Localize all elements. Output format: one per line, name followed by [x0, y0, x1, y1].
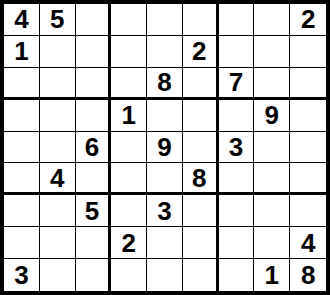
cell-r1c9-given-2[interactable]: 2 [290, 4, 326, 36]
cell-r8c5-empty[interactable] [147, 227, 183, 259]
cell-r3c4-empty[interactable] [111, 68, 147, 100]
cell-r5c5-given-9[interactable]: 9 [147, 132, 183, 164]
cell-r4c6-empty[interactable] [183, 100, 219, 132]
cell-r1c6-empty[interactable] [183, 4, 219, 36]
cell-r7c3-given-5[interactable]: 5 [76, 195, 112, 227]
cell-r6c1-empty[interactable] [4, 163, 40, 195]
cell-r2c6-given-2[interactable]: 2 [183, 36, 219, 68]
cell-r3c8-empty[interactable] [254, 68, 290, 100]
cell-r4c4-given-1[interactable]: 1 [111, 100, 147, 132]
cell-r2c3-empty[interactable] [76, 36, 112, 68]
cell-r2c8-empty[interactable] [254, 36, 290, 68]
cell-r9c4-empty[interactable] [111, 259, 147, 291]
cell-r9c3-empty[interactable] [76, 259, 112, 291]
cell-r8c6-empty[interactable] [183, 227, 219, 259]
cell-r7c4-empty[interactable] [111, 195, 147, 227]
cell-r3c1-empty[interactable] [4, 68, 40, 100]
cell-r3c2-empty[interactable] [40, 68, 76, 100]
cell-r1c1-given-4[interactable]: 4 [4, 4, 40, 36]
cell-r2c2-empty[interactable] [40, 36, 76, 68]
cell-r4c2-empty[interactable] [40, 100, 76, 132]
cell-r6c8-empty[interactable] [254, 163, 290, 195]
sudoku-board: 452128719693485324318 [0, 0, 330, 295]
cell-r9c2-empty[interactable] [40, 259, 76, 291]
cell-r2c1-given-1[interactable]: 1 [4, 36, 40, 68]
cell-r1c5-empty[interactable] [147, 4, 183, 36]
cell-r8c4-given-2[interactable]: 2 [111, 227, 147, 259]
cell-r4c1-empty[interactable] [4, 100, 40, 132]
cell-r5c3-given-6[interactable]: 6 [76, 132, 112, 164]
cell-r2c9-empty[interactable] [290, 36, 326, 68]
cell-r5c9-empty[interactable] [290, 132, 326, 164]
cell-r8c1-empty[interactable] [4, 227, 40, 259]
cell-r7c6-empty[interactable] [183, 195, 219, 227]
cell-r8c8-empty[interactable] [254, 227, 290, 259]
cell-r4c8-given-9[interactable]: 9 [254, 100, 290, 132]
cell-r5c4-empty[interactable] [111, 132, 147, 164]
cell-r1c2-given-5[interactable]: 5 [40, 4, 76, 36]
cell-r9c7-empty[interactable] [219, 259, 255, 291]
cell-r5c8-empty[interactable] [254, 132, 290, 164]
cell-r5c2-empty[interactable] [40, 132, 76, 164]
cell-r6c5-empty[interactable] [147, 163, 183, 195]
cell-r7c1-empty[interactable] [4, 195, 40, 227]
cell-r6c4-empty[interactable] [111, 163, 147, 195]
cell-r4c7-empty[interactable] [219, 100, 255, 132]
cell-r9c8-given-1[interactable]: 1 [254, 259, 290, 291]
cell-r6c7-empty[interactable] [219, 163, 255, 195]
cell-r4c5-empty[interactable] [147, 100, 183, 132]
cell-r9c9-given-8[interactable]: 8 [290, 259, 326, 291]
cell-r3c5-given-8[interactable]: 8 [147, 68, 183, 100]
cell-r2c5-empty[interactable] [147, 36, 183, 68]
cell-r8c3-empty[interactable] [76, 227, 112, 259]
cell-r6c9-empty[interactable] [290, 163, 326, 195]
cell-r7c8-empty[interactable] [254, 195, 290, 227]
cell-r8c7-empty[interactable] [219, 227, 255, 259]
cell-r3c9-empty[interactable] [290, 68, 326, 100]
cell-r1c8-empty[interactable] [254, 4, 290, 36]
cell-r6c6-given-8[interactable]: 8 [183, 163, 219, 195]
cell-r2c4-empty[interactable] [111, 36, 147, 68]
cell-r1c7-empty[interactable] [219, 4, 255, 36]
cell-r1c4-empty[interactable] [111, 4, 147, 36]
cell-r6c2-given-4[interactable]: 4 [40, 163, 76, 195]
cell-r7c7-empty[interactable] [219, 195, 255, 227]
cell-r8c9-given-4[interactable]: 4 [290, 227, 326, 259]
cell-r3c6-empty[interactable] [183, 68, 219, 100]
cell-r2c7-empty[interactable] [219, 36, 255, 68]
cell-r3c3-empty[interactable] [76, 68, 112, 100]
cell-r5c6-empty[interactable] [183, 132, 219, 164]
cell-r9c1-given-3[interactable]: 3 [4, 259, 40, 291]
cell-r9c5-empty[interactable] [147, 259, 183, 291]
cell-r4c3-empty[interactable] [76, 100, 112, 132]
cell-r1c3-empty[interactable] [76, 4, 112, 36]
cell-r8c2-empty[interactable] [40, 227, 76, 259]
cell-r7c5-given-3[interactable]: 3 [147, 195, 183, 227]
cell-r6c3-empty[interactable] [76, 163, 112, 195]
cell-r5c1-empty[interactable] [4, 132, 40, 164]
cell-r4c9-empty[interactable] [290, 100, 326, 132]
cell-r7c9-empty[interactable] [290, 195, 326, 227]
cell-r9c6-empty[interactable] [183, 259, 219, 291]
cell-r7c2-empty[interactable] [40, 195, 76, 227]
cell-r3c7-given-7[interactable]: 7 [219, 68, 255, 100]
cell-r5c7-given-3[interactable]: 3 [219, 132, 255, 164]
